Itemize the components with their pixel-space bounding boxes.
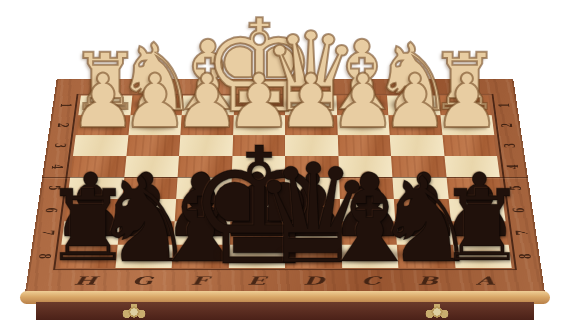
rank-label-left-8: 8: [29, 249, 60, 262]
square-g6: [120, 199, 177, 221]
square-a5: [446, 177, 503, 199]
square-e4: [231, 156, 285, 177]
square-a4: [444, 156, 500, 177]
square-a8: [453, 244, 512, 268]
square-h4: [70, 156, 126, 177]
square-g7: [117, 221, 174, 244]
square-b6: [394, 199, 451, 221]
square-d8: [285, 244, 342, 268]
square-g8: [115, 244, 173, 268]
square-d1: [285, 96, 337, 116]
square-f7: [173, 221, 230, 244]
rank-label-left-3: 3: [46, 140, 75, 152]
square-a3: [442, 135, 497, 156]
square-f4: [178, 156, 232, 177]
square-a2: [440, 115, 494, 135]
file-label-c: C: [354, 275, 388, 287]
square-e3: [232, 135, 285, 156]
file-label-b: B: [410, 275, 445, 287]
square-c4: [338, 156, 392, 177]
square-d6: [285, 199, 340, 221]
rank-label-left-7: 7: [33, 226, 64, 239]
square-f2: [180, 115, 233, 135]
square-h6: [64, 199, 121, 221]
rank-label-left-6: 6: [36, 204, 66, 217]
square-c2: [337, 115, 390, 135]
rank-label-left-4: 4: [43, 161, 73, 173]
square-d4: [285, 156, 339, 177]
square-c6: [339, 199, 395, 221]
rank-label-right-2: 2: [492, 119, 521, 131]
square-d7: [285, 221, 341, 244]
square-g1: [130, 96, 183, 116]
square-f6: [175, 199, 231, 221]
fold-seam: [42, 177, 528, 178]
square-b1: [387, 96, 440, 116]
rank-label-left-2: 2: [49, 119, 78, 131]
square-b4: [391, 156, 446, 177]
brass-clasp-right: [424, 304, 450, 320]
square-h2: [76, 115, 130, 135]
square-b7: [395, 221, 452, 244]
rank-label-right-6: 6: [503, 204, 533, 217]
square-e5: [231, 177, 285, 199]
square-e1: [233, 96, 285, 116]
square-b8: [397, 244, 455, 268]
square-c5: [339, 177, 394, 199]
square-d2: [285, 115, 337, 135]
square-d5: [285, 177, 339, 199]
square-f8: [172, 244, 229, 268]
file-label-d: D: [297, 275, 331, 287]
rank-label-right-1: 1: [490, 100, 518, 111]
square-e2: [233, 115, 285, 135]
square-b3: [390, 135, 444, 156]
rank-label-right-5: 5: [500, 182, 530, 194]
file-label-h: H: [68, 275, 103, 287]
square-b5: [392, 177, 448, 199]
square-f1: [182, 96, 234, 116]
square-c7: [340, 221, 397, 244]
board-squares: [58, 96, 511, 268]
square-h5: [67, 177, 124, 199]
square-e7: [229, 221, 285, 244]
square-a1: [438, 96, 492, 116]
rank-label-right-7: 7: [506, 226, 537, 239]
square-f3: [179, 135, 233, 156]
square-h7: [61, 221, 119, 244]
file-label-g: G: [125, 275, 160, 287]
square-h8: [58, 244, 117, 268]
rank-label-right-4: 4: [498, 161, 528, 173]
square-h1: [78, 96, 132, 116]
square-c1: [336, 96, 388, 116]
brass-clasp-left: [121, 304, 147, 320]
rank-label-left-1: 1: [52, 100, 80, 111]
rank-label-right-8: 8: [509, 249, 540, 262]
square-f5: [176, 177, 231, 199]
chess-set-photo: HGFEDCBA1234567812345678 ♜♞♝♚♛♝♞♜♟♟♟♟♟♟♟…: [0, 0, 570, 320]
board-front-face: [36, 302, 534, 320]
rank-label-left-5: 5: [40, 182, 70, 194]
square-g2: [128, 115, 182, 135]
square-g3: [126, 135, 180, 156]
square-g5: [122, 177, 178, 199]
square-a7: [450, 221, 508, 244]
square-c8: [341, 244, 398, 268]
file-label-e: E: [239, 275, 273, 287]
square-e6: [230, 199, 285, 221]
square-c3: [337, 135, 391, 156]
chess-board: HGFEDCBA1234567812345678: [25, 79, 545, 293]
square-g4: [124, 156, 179, 177]
rank-label-right-3: 3: [495, 140, 524, 152]
square-h3: [73, 135, 128, 156]
file-label-a: A: [467, 275, 502, 287]
square-b2: [388, 115, 442, 135]
square-e8: [228, 244, 285, 268]
square-a6: [448, 199, 505, 221]
square-d3: [285, 135, 338, 156]
file-label-f: F: [182, 275, 216, 287]
